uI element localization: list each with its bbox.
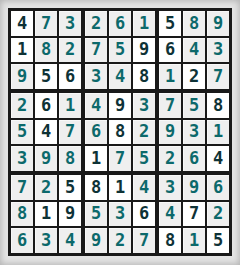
cell-r7c3[interactable]: 5 <box>59 175 81 200</box>
cell-r3c8[interactable]: 2 <box>183 64 205 89</box>
cell-r5c5[interactable]: 8 <box>109 120 131 145</box>
cell-r5c8[interactable]: 3 <box>183 120 205 145</box>
cell-r8c4[interactable]: 5 <box>85 202 107 227</box>
cell-r1c8[interactable]: 8 <box>183 11 205 36</box>
box-3-1: 725819634 <box>11 175 81 253</box>
box-2-1: 261547398 <box>11 93 81 171</box>
cell-r5c9[interactable]: 1 <box>207 120 229 145</box>
cell-r7c9[interactable]: 6 <box>207 175 229 200</box>
cell-r1c5[interactable]: 6 <box>109 11 131 36</box>
cell-r6c2[interactable]: 9 <box>35 146 57 171</box>
cell-r2c2[interactable]: 8 <box>35 38 57 63</box>
cell-r1c6[interactable]: 1 <box>133 11 155 36</box>
cell-r9c6[interactable]: 7 <box>133 228 155 253</box>
cell-r4c4[interactable]: 4 <box>85 93 107 118</box>
cell-r9c1[interactable]: 6 <box>11 228 33 253</box>
cell-r8c9[interactable]: 2 <box>207 202 229 227</box>
cell-r6c4[interactable]: 1 <box>85 146 107 171</box>
cell-r5c7[interactable]: 9 <box>159 120 181 145</box>
cell-r4c7[interactable]: 7 <box>159 93 181 118</box>
cell-r1c9[interactable]: 9 <box>207 11 229 36</box>
box-2-2: 493682175 <box>85 93 155 171</box>
cell-r2c7[interactable]: 6 <box>159 38 181 63</box>
cell-r7c2[interactable]: 2 <box>35 175 57 200</box>
box-1-1: 473182956 <box>11 11 81 89</box>
cell-r9c7[interactable]: 8 <box>159 228 181 253</box>
cell-r5c3[interactable]: 7 <box>59 120 81 145</box>
cell-r3c1[interactable]: 9 <box>11 64 33 89</box>
cell-r7c7[interactable]: 3 <box>159 175 181 200</box>
cell-r2c9[interactable]: 3 <box>207 38 229 63</box>
cell-r6c3[interactable]: 8 <box>59 146 81 171</box>
box-3-3: 396472815 <box>159 175 229 253</box>
cell-r8c3[interactable]: 9 <box>59 202 81 227</box>
cell-r4c3[interactable]: 1 <box>59 93 81 118</box>
cell-r2c8[interactable]: 4 <box>183 38 205 63</box>
cell-r1c4[interactable]: 2 <box>85 11 107 36</box>
cell-r9c5[interactable]: 2 <box>109 228 131 253</box>
cell-r6c7[interactable]: 2 <box>159 146 181 171</box>
cell-r9c4[interactable]: 9 <box>85 228 107 253</box>
cell-r9c3[interactable]: 4 <box>59 228 81 253</box>
cell-r9c2[interactable]: 3 <box>35 228 57 253</box>
cell-r4c6[interactable]: 3 <box>133 93 155 118</box>
cell-r2c4[interactable]: 7 <box>85 38 107 63</box>
cell-r8c5[interactable]: 3 <box>109 202 131 227</box>
cell-r7c5[interactable]: 1 <box>109 175 131 200</box>
cell-r4c1[interactable]: 2 <box>11 93 33 118</box>
cell-r2c1[interactable]: 1 <box>11 38 33 63</box>
cell-r3c6[interactable]: 8 <box>133 64 155 89</box>
cell-r5c2[interactable]: 4 <box>35 120 57 145</box>
cell-r6c1[interactable]: 3 <box>11 146 33 171</box>
cell-r3c3[interactable]: 6 <box>59 64 81 89</box>
cell-r9c9[interactable]: 5 <box>207 228 229 253</box>
cell-r3c7[interactable]: 1 <box>159 64 181 89</box>
cell-r8c8[interactable]: 7 <box>183 202 205 227</box>
sudoku-board: 4731829562617593485896431272615473984936… <box>8 8 232 256</box>
cell-r1c1[interactable]: 4 <box>11 11 33 36</box>
page-background: { "game": "sudoku", "position": "4732615… <box>0 0 240 265</box>
cell-r8c1[interactable]: 8 <box>11 202 33 227</box>
cell-r4c9[interactable]: 8 <box>207 93 229 118</box>
cell-r8c7[interactable]: 4 <box>159 202 181 227</box>
cell-r5c1[interactable]: 5 <box>11 120 33 145</box>
cell-r6c8[interactable]: 6 <box>183 146 205 171</box>
box-1-2: 261759348 <box>85 11 155 89</box>
cell-r4c2[interactable]: 6 <box>35 93 57 118</box>
cell-r2c5[interactable]: 5 <box>109 38 131 63</box>
cell-r5c6[interactable]: 2 <box>133 120 155 145</box>
cell-r7c1[interactable]: 7 <box>11 175 33 200</box>
cell-r6c5[interactable]: 7 <box>109 146 131 171</box>
cell-r7c8[interactable]: 9 <box>183 175 205 200</box>
cell-r8c2[interactable]: 1 <box>35 202 57 227</box>
cell-r3c2[interactable]: 5 <box>35 64 57 89</box>
cell-r3c9[interactable]: 7 <box>207 64 229 89</box>
cell-r8c6[interactable]: 6 <box>133 202 155 227</box>
cell-r5c4[interactable]: 6 <box>85 120 107 145</box>
cell-r4c8[interactable]: 5 <box>183 93 205 118</box>
cell-r2c3[interactable]: 2 <box>59 38 81 63</box>
cell-r7c6[interactable]: 4 <box>133 175 155 200</box>
box-3-2: 814536927 <box>85 175 155 253</box>
cell-r4c5[interactable]: 9 <box>109 93 131 118</box>
cell-r1c2[interactable]: 7 <box>35 11 57 36</box>
cell-r9c8[interactable]: 1 <box>183 228 205 253</box>
cell-r2c6[interactable]: 9 <box>133 38 155 63</box>
cell-r3c4[interactable]: 3 <box>85 64 107 89</box>
cell-r7c4[interactable]: 8 <box>85 175 107 200</box>
cell-r6c6[interactable]: 5 <box>133 146 155 171</box>
cell-r1c7[interactable]: 5 <box>159 11 181 36</box>
box-1-3: 589643127 <box>159 11 229 89</box>
box-2-3: 758931264 <box>159 93 229 171</box>
cell-r1c3[interactable]: 3 <box>59 11 81 36</box>
cell-r6c9[interactable]: 4 <box>207 146 229 171</box>
cell-r3c5[interactable]: 4 <box>109 64 131 89</box>
